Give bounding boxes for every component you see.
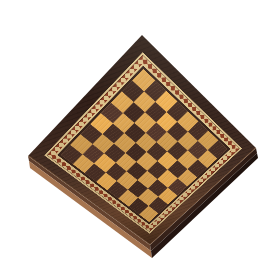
- board-photo-stage: [0, 0, 280, 280]
- chess-board: [28, 35, 256, 245]
